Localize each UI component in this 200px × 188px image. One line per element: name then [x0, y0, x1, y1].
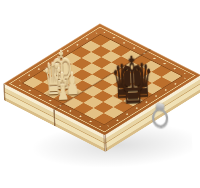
product-photo-stage: ♚♛♝♟♛♚♛: [0, 0, 200, 188]
scene-tilt: ♚♛♝♟♛♚♛: [0, 0, 200, 188]
clasp-ring-icon: [151, 107, 170, 128]
clasp-latch: [147, 102, 174, 134]
